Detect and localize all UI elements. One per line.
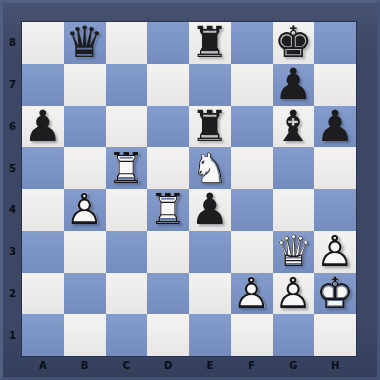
white-queen-g3[interactable]: ♛♕ (273, 231, 315, 273)
square-g3[interactable]: ♛♕ (273, 231, 315, 273)
board-frame: 87654321 ♛♜♚♟♟♜♝♟♜♖♞♘♟♙♜♖♟♛♕♟♙♟♙♟♙♚♔ ABC… (0, 0, 380, 380)
file-label-b: B (64, 356, 106, 374)
rank-label-1: 1 (3, 314, 22, 356)
square-g5[interactable] (273, 147, 315, 189)
white-pawn-outline-icon: ♙ (231, 273, 273, 315)
square-e2[interactable] (189, 273, 231, 315)
square-e3[interactable] (189, 231, 231, 273)
square-h5[interactable] (314, 147, 356, 189)
square-g4[interactable] (273, 189, 315, 231)
file-label-g: G (273, 356, 315, 374)
black-pawn-icon: ♟ (273, 64, 315, 106)
square-b7[interactable] (64, 64, 106, 106)
square-h7[interactable] (314, 64, 356, 106)
square-d2[interactable] (147, 273, 189, 315)
white-pawn-outline-icon: ♙ (314, 231, 356, 273)
square-d6[interactable] (147, 106, 189, 148)
square-a3[interactable] (22, 231, 64, 273)
file-label-f: F (231, 356, 273, 374)
square-b1[interactable] (64, 314, 106, 356)
rank-label-5: 5 (3, 147, 22, 189)
file-label-a: A (22, 356, 64, 374)
white-rook-outline-icon: ♖ (106, 147, 148, 189)
file-label-h: H (314, 356, 356, 374)
square-g6[interactable]: ♝ (273, 106, 315, 148)
file-label-c: C (106, 356, 148, 374)
square-a1[interactable] (22, 314, 64, 356)
black-rook-e6[interactable]: ♜ (189, 106, 231, 148)
square-d5[interactable] (147, 147, 189, 189)
black-pawn-icon: ♟ (189, 189, 231, 231)
square-c5[interactable]: ♜♖ (106, 147, 148, 189)
square-b3[interactable] (64, 231, 106, 273)
square-b2[interactable] (64, 273, 106, 315)
square-f1[interactable] (231, 314, 273, 356)
white-rook-d4[interactable]: ♜♖ (147, 189, 189, 231)
rank-label-3: 3 (3, 231, 22, 273)
white-rook-outline-icon: ♖ (147, 189, 189, 231)
black-pawn-icon: ♟ (22, 106, 64, 148)
white-pawn-f2[interactable]: ♟♙ (231, 273, 273, 315)
square-f4[interactable] (231, 189, 273, 231)
black-queen-icon: ♛ (64, 22, 106, 64)
square-g2[interactable]: ♟♙ (273, 273, 315, 315)
square-e5[interactable]: ♞♘ (189, 147, 231, 189)
square-f7[interactable] (231, 64, 273, 106)
chess-board: ♛♜♚♟♟♜♝♟♜♖♞♘♟♙♜♖♟♛♕♟♙♟♙♟♙♚♔ (22, 22, 356, 356)
square-d1[interactable] (147, 314, 189, 356)
square-a8[interactable] (22, 22, 64, 64)
square-d8[interactable] (147, 22, 189, 64)
square-c8[interactable] (106, 22, 148, 64)
square-h6[interactable]: ♟ (314, 106, 356, 148)
square-h2[interactable]: ♚♔ (314, 273, 356, 315)
rank-labels: 87654321 (3, 22, 22, 356)
white-queen-outline-icon: ♕ (273, 231, 315, 273)
square-a6[interactable]: ♟ (22, 106, 64, 148)
square-c6[interactable] (106, 106, 148, 148)
square-d4[interactable]: ♜♖ (147, 189, 189, 231)
square-c1[interactable] (106, 314, 148, 356)
white-pawn-outline-icon: ♙ (64, 189, 106, 231)
square-a7[interactable] (22, 64, 64, 106)
black-pawn-icon: ♟ (314, 106, 356, 148)
square-g7[interactable]: ♟ (273, 64, 315, 106)
square-b8[interactable]: ♛ (64, 22, 106, 64)
square-h1[interactable] (314, 314, 356, 356)
white-king-outline-icon: ♔ (314, 273, 356, 315)
white-pawn-b4[interactable]: ♟♙ (64, 189, 106, 231)
square-f6[interactable] (231, 106, 273, 148)
white-pawn-g2[interactable]: ♟♙ (273, 273, 315, 315)
square-d3[interactable] (147, 231, 189, 273)
black-king-icon: ♚ (273, 22, 315, 64)
rank-label-8: 8 (3, 22, 22, 64)
black-pawn-g7[interactable]: ♟ (273, 64, 315, 106)
file-label-e: E (189, 356, 231, 374)
white-knight-e5[interactable]: ♞♘ (189, 147, 231, 189)
file-label-d: D (147, 356, 189, 374)
white-pawn-h3[interactable]: ♟♙ (314, 231, 356, 273)
rank-label-2: 2 (3, 273, 22, 315)
black-rook-e8[interactable]: ♜ (189, 22, 231, 64)
black-bishop-g6[interactable]: ♝ (273, 106, 315, 148)
square-h4[interactable] (314, 189, 356, 231)
square-f8[interactable] (231, 22, 273, 64)
black-rook-icon: ♜ (189, 106, 231, 148)
white-knight-outline-icon: ♘ (189, 147, 231, 189)
square-e8[interactable]: ♜ (189, 22, 231, 64)
rank-label-4: 4 (3, 189, 22, 231)
black-pawn-e4[interactable]: ♟ (189, 189, 231, 231)
black-queen-b8[interactable]: ♛ (64, 22, 106, 64)
square-c2[interactable] (106, 273, 148, 315)
square-e6[interactable]: ♜ (189, 106, 231, 148)
square-e1[interactable] (189, 314, 231, 356)
square-h3[interactable]: ♟♙ (314, 231, 356, 273)
square-e7[interactable] (189, 64, 231, 106)
file-labels: ABCDEFGH (22, 356, 356, 374)
square-e4[interactable]: ♟ (189, 189, 231, 231)
rank-label-7: 7 (3, 64, 22, 106)
white-king-h2[interactable]: ♚♔ (314, 273, 356, 315)
square-d7[interactable] (147, 64, 189, 106)
square-a5[interactable] (22, 147, 64, 189)
square-g1[interactable] (273, 314, 315, 356)
square-a4[interactable] (22, 189, 64, 231)
square-a2[interactable] (22, 273, 64, 315)
square-f5[interactable] (231, 147, 273, 189)
square-c3[interactable] (106, 231, 148, 273)
rank-label-6: 6 (3, 106, 22, 148)
white-rook-c5[interactable]: ♜♖ (106, 147, 148, 189)
square-b4[interactable]: ♟♙ (64, 189, 106, 231)
black-pawn-a6[interactable]: ♟ (22, 106, 64, 148)
square-b6[interactable] (64, 106, 106, 148)
black-king-g8[interactable]: ♚ (273, 22, 315, 64)
square-f2[interactable]: ♟♙ (231, 273, 273, 315)
square-f3[interactable] (231, 231, 273, 273)
square-h8[interactable] (314, 22, 356, 64)
square-g8[interactable]: ♚ (273, 22, 315, 64)
black-bishop-icon: ♝ (273, 106, 315, 148)
white-pawn-outline-icon: ♙ (273, 273, 315, 315)
square-c7[interactable] (106, 64, 148, 106)
square-b5[interactable] (64, 147, 106, 189)
black-rook-icon: ♜ (189, 22, 231, 64)
square-c4[interactable] (106, 189, 148, 231)
black-pawn-h6[interactable]: ♟ (314, 106, 356, 148)
